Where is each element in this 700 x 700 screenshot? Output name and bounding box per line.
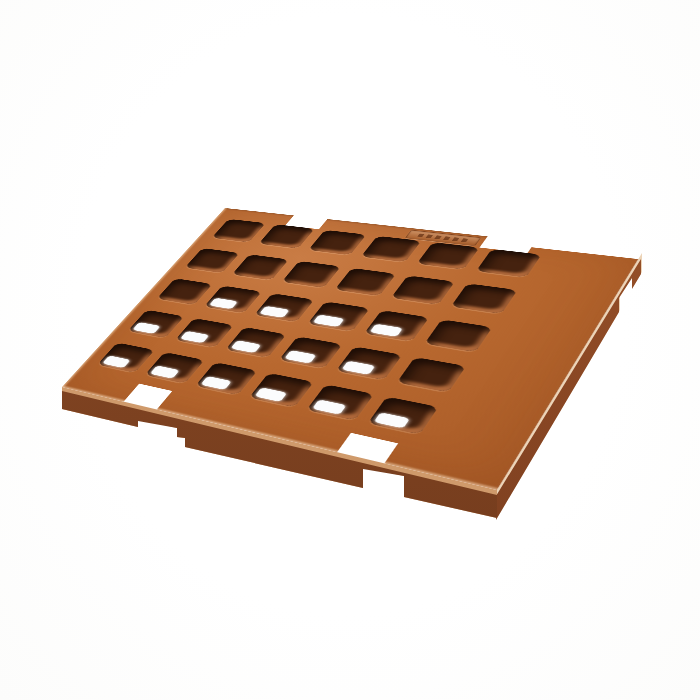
grate-hole [145,352,205,383]
grate-hole [451,283,518,314]
grate-hole [185,248,240,273]
grate-hole [417,242,480,269]
see-through-ground-light [370,324,403,337]
grate-hole [279,336,343,368]
grate-hole [254,293,314,322]
see-through-ground-light [374,412,410,428]
grate-hole [195,362,257,395]
see-through-ground-light [313,314,345,327]
see-through-ground-light [259,306,289,318]
see-through-ground-light [102,355,130,368]
grate-hole [391,275,455,304]
grate-hole [232,254,289,280]
see-through-ground-light [201,376,232,390]
grate-hole [157,278,213,305]
grate-hole [361,236,421,262]
grate-hole [259,224,315,248]
grate-hole [424,319,492,352]
see-through-ground-light [342,361,376,375]
grate-hole [97,343,154,373]
product-photo-scene [0,0,700,700]
grate-top-face [62,208,642,490]
grate-hole [336,346,402,380]
see-through-ground-light [180,331,209,343]
grate-hole [306,384,374,420]
grate-hole [249,373,314,407]
grate-hole [175,318,234,348]
grate-hole [128,310,185,338]
see-through-ground-light [231,340,262,353]
grate-hole [212,219,266,242]
grate-hole [308,230,366,255]
grate-hole [335,268,396,296]
see-through-ground-light [312,399,346,414]
grate-hole [204,286,262,314]
see-through-ground-light [284,350,316,364]
grate-hole [307,301,369,331]
see-through-ground-light [255,387,287,402]
grate-hole [225,327,286,358]
grate-hole [282,261,341,288]
see-through-ground-light [209,298,238,310]
see-through-ground-light [132,322,160,334]
grate-hole [476,249,541,277]
see-through-ground-light [150,365,180,378]
grate-hole [364,310,429,341]
grate-hole [397,357,466,392]
grate-holes-grid [62,208,642,490]
grate-hole [368,397,439,435]
